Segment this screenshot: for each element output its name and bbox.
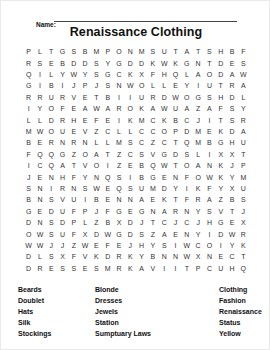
- grid-cell-r1c11[interactable]: M: [136, 46, 147, 57]
- grid-cell-r13c16[interactable]: K: [193, 183, 204, 194]
- grid-cell-r8c16[interactable]: M: [193, 126, 204, 137]
- grid-cell-r6c11[interactable]: K: [136, 103, 147, 114]
- grid-cell-r4c20[interactable]: A: [238, 80, 249, 91]
- grid-cell-r19c4[interactable]: X: [57, 251, 68, 262]
- grid-cell-r2c16[interactable]: N: [193, 57, 204, 68]
- grid-cell-r7c6[interactable]: E: [80, 114, 91, 125]
- grid-cell-r19c20[interactable]: T: [238, 251, 249, 262]
- grid-cell-r20c14[interactable]: I: [170, 263, 181, 274]
- grid-cell-r10c14[interactable]: D: [170, 149, 181, 160]
- grid-cell-r20c13[interactable]: I: [159, 263, 170, 274]
- grid-cell-r5c10[interactable]: I: [125, 92, 136, 103]
- grid-cell-r18c20[interactable]: K: [238, 240, 249, 251]
- grid-cell-r13c11[interactable]: U: [136, 183, 147, 194]
- grid-cell-r6c6[interactable]: A: [80, 103, 91, 114]
- grid-cell-r9c7[interactable]: L: [91, 137, 102, 148]
- grid-cell-r18c7[interactable]: E: [91, 240, 102, 251]
- grid-cell-r6c10[interactable]: O: [125, 103, 136, 114]
- grid-cell-r7c20[interactable]: R: [238, 114, 249, 125]
- grid-cell-r1c7[interactable]: M: [91, 46, 102, 57]
- grid-cell-r10c6[interactable]: O: [80, 149, 91, 160]
- grid-cell-r18c8[interactable]: F: [102, 240, 113, 251]
- grid-cell-r10c9[interactable]: Z: [113, 149, 124, 160]
- grid-cell-r5c15[interactable]: O: [181, 92, 192, 103]
- grid-cell-r18c2[interactable]: W: [34, 240, 45, 251]
- grid-cell-r17c17[interactable]: I: [204, 228, 215, 239]
- grid-cell-r20c3[interactable]: E: [46, 263, 57, 274]
- grid-cell-r20c7[interactable]: S: [91, 263, 102, 274]
- grid-cell-r17c3[interactable]: S: [46, 228, 57, 239]
- grid-cell-r9c14[interactable]: T: [170, 137, 181, 148]
- grid-cell-r9c12[interactable]: Z: [147, 137, 158, 148]
- grid-cell-r11c7[interactable]: O: [91, 160, 102, 171]
- grid-cell-r6c3[interactable]: O: [46, 103, 57, 114]
- grid-cell-r19c11[interactable]: Y: [136, 251, 147, 262]
- grid-cell-r17c2[interactable]: W: [34, 228, 45, 239]
- grid-cell-r9c2[interactable]: E: [34, 137, 45, 148]
- grid-cell-r8c15[interactable]: D: [181, 126, 192, 137]
- grid-cell-r3c18[interactable]: D: [215, 69, 226, 80]
- grid-cell-r11c6[interactable]: V: [80, 160, 91, 171]
- grid-cell-r8c20[interactable]: A: [238, 126, 249, 137]
- grid-cell-r6c12[interactable]: A: [147, 103, 158, 114]
- grid-cell-r5c8[interactable]: B: [102, 92, 113, 103]
- grid-cell-r7c8[interactable]: E: [102, 114, 113, 125]
- grid-cell-r14c14[interactable]: T: [170, 194, 181, 205]
- grid-cell-r19c6[interactable]: V: [80, 251, 91, 262]
- grid-cell-r13c13[interactable]: D: [159, 183, 170, 194]
- grid-cell-r13c12[interactable]: M: [147, 183, 158, 194]
- grid-cell-r3c7[interactable]: S: [91, 69, 102, 80]
- grid-cell-r16c12[interactable]: T: [147, 217, 158, 228]
- grid-cell-r12c16[interactable]: O: [193, 171, 204, 182]
- grid-cell-r3c20[interactable]: W: [238, 69, 249, 80]
- grid-cell-r18c6[interactable]: W: [80, 240, 91, 251]
- grid-cell-r4c7[interactable]: J: [91, 80, 102, 91]
- grid-cell-r12c4[interactable]: H: [57, 171, 68, 182]
- grid-cell-r20c11[interactable]: A: [136, 263, 147, 274]
- grid-cell-r3c3[interactable]: L: [46, 69, 57, 80]
- grid-cell-r16c7[interactable]: Z: [91, 217, 102, 228]
- grid-cell-r3c17[interactable]: O: [204, 69, 215, 80]
- grid-cell-r5c4[interactable]: R: [57, 92, 68, 103]
- grid-cell-r8c5[interactable]: E: [68, 126, 79, 137]
- grid-cell-r5c7[interactable]: T: [91, 92, 102, 103]
- grid-cell-r4c2[interactable]: I: [34, 80, 45, 91]
- grid-cell-r2c8[interactable]: Y: [102, 57, 113, 68]
- grid-cell-r7c14[interactable]: B: [170, 114, 181, 125]
- grid-cell-r11c19[interactable]: J: [226, 160, 237, 171]
- grid-cell-r6c13[interactable]: W: [159, 103, 170, 114]
- grid-cell-r2c20[interactable]: S: [238, 57, 249, 68]
- grid-cell-r8c18[interactable]: K: [215, 126, 226, 137]
- grid-cell-r5c2[interactable]: R: [34, 92, 45, 103]
- grid-cell-r7c4[interactable]: R: [57, 114, 68, 125]
- grid-cell-r18c10[interactable]: J: [125, 240, 136, 251]
- grid-cell-r19c1[interactable]: D: [23, 251, 34, 262]
- grid-cell-r4c19[interactable]: R: [226, 80, 237, 91]
- grid-cell-r19c8[interactable]: D: [102, 251, 113, 262]
- grid-cell-r16c15[interactable]: C: [181, 217, 192, 228]
- grid-cell-r14c10[interactable]: N: [125, 194, 136, 205]
- grid-cell-r4c1[interactable]: G: [23, 80, 34, 91]
- grid-cell-r15c13[interactable]: A: [159, 206, 170, 217]
- grid-cell-r7c1[interactable]: L: [23, 114, 34, 125]
- grid-cell-r16c4[interactable]: D: [57, 217, 68, 228]
- grid-cell-r16c19[interactable]: E: [226, 217, 237, 228]
- grid-cell-r18c13[interactable]: S: [159, 240, 170, 251]
- grid-cell-r8c7[interactable]: Z: [91, 126, 102, 137]
- grid-cell-r19c15[interactable]: W: [181, 251, 192, 262]
- grid-cell-r15c12[interactable]: N: [147, 206, 158, 217]
- grid-cell-r18c3[interactable]: J: [46, 240, 57, 251]
- grid-cell-r10c11[interactable]: S: [136, 149, 147, 160]
- grid-cell-r16c3[interactable]: S: [46, 217, 57, 228]
- grid-cell-r20c19[interactable]: H: [226, 263, 237, 274]
- grid-cell-r11c10[interactable]: E: [125, 160, 136, 171]
- grid-cell-r9c19[interactable]: H: [226, 137, 237, 148]
- grid-cell-r9c20[interactable]: U: [238, 137, 249, 148]
- grid-cell-r9c13[interactable]: C: [159, 137, 170, 148]
- grid-cell-r17c1[interactable]: O: [23, 228, 34, 239]
- grid-cell-r4c18[interactable]: T: [215, 80, 226, 91]
- grid-cell-r15c10[interactable]: E: [125, 206, 136, 217]
- grid-cell-r17c8[interactable]: W: [102, 228, 113, 239]
- grid-cell-r9c18[interactable]: G: [215, 137, 226, 148]
- grid-cell-r12c5[interactable]: F: [68, 171, 79, 182]
- grid-cell-r10c17[interactable]: I: [204, 149, 215, 160]
- grid-cell-r4c4[interactable]: I: [57, 80, 68, 91]
- grid-cell-r2c2[interactable]: S: [34, 57, 45, 68]
- grid-cell-r20c2[interactable]: R: [34, 263, 45, 274]
- grid-cell-r3c2[interactable]: I: [34, 69, 45, 80]
- grid-cell-r13c14[interactable]: Y: [170, 183, 181, 194]
- grid-cell-r20c17[interactable]: C: [204, 263, 215, 274]
- grid-cell-r17c10[interactable]: D: [125, 228, 136, 239]
- grid-cell-r16c8[interactable]: B: [102, 217, 113, 228]
- grid-cell-r2c14[interactable]: K: [170, 57, 181, 68]
- grid-cell-r15c4[interactable]: U: [57, 206, 68, 217]
- grid-cell-r20c9[interactable]: R: [113, 263, 124, 274]
- grid-cell-r5c17[interactable]: S: [204, 92, 215, 103]
- grid-cell-r1c6[interactable]: B: [80, 46, 91, 57]
- grid-cell-r1c13[interactable]: U: [159, 46, 170, 57]
- grid-cell-r17c12[interactable]: Z: [147, 228, 158, 239]
- grid-cell-r18c12[interactable]: Y: [147, 240, 158, 251]
- grid-cell-r17c6[interactable]: X: [80, 228, 91, 239]
- grid-cell-r19c14[interactable]: N: [170, 251, 181, 262]
- grid-cell-r9c16[interactable]: M: [193, 137, 204, 148]
- grid-cell-r10c16[interactable]: L: [193, 149, 204, 160]
- grid-cell-r1c18[interactable]: H: [215, 46, 226, 57]
- grid-cell-r17c16[interactable]: Y: [193, 228, 204, 239]
- grid-cell-r6c7[interactable]: W: [91, 103, 102, 114]
- grid-cell-r8c3[interactable]: O: [46, 126, 57, 137]
- grid-cell-r13c8[interactable]: E: [102, 183, 113, 194]
- grid-cell-r15c7[interactable]: J: [91, 206, 102, 217]
- grid-cell-r2c11[interactable]: D: [136, 57, 147, 68]
- grid-cell-r7c12[interactable]: C: [147, 114, 158, 125]
- grid-cell-r12c18[interactable]: K: [215, 171, 226, 182]
- grid-cell-r6c9[interactable]: R: [113, 103, 124, 114]
- grid-cell-r14c6[interactable]: I: [80, 194, 91, 205]
- grid-cell-r3c10[interactable]: K: [125, 69, 136, 80]
- grid-cell-r6c17[interactable]: A: [204, 103, 215, 114]
- grid-cell-r14c20[interactable]: S: [238, 194, 249, 205]
- grid-cell-r1c3[interactable]: T: [46, 46, 57, 57]
- grid-cell-r19c9[interactable]: R: [113, 251, 124, 262]
- grid-cell-r4c6[interactable]: P: [80, 80, 91, 91]
- name-input-line[interactable]: [54, 21, 237, 22]
- grid-cell-r7c13[interactable]: K: [159, 114, 170, 125]
- grid-cell-r6c18[interactable]: F: [215, 103, 226, 114]
- grid-cell-r12c19[interactable]: Y: [226, 171, 237, 182]
- grid-cell-r7c16[interactable]: J: [193, 114, 204, 125]
- grid-cell-r16c9[interactable]: X: [113, 217, 124, 228]
- grid-cell-r18c4[interactable]: J: [57, 240, 68, 251]
- grid-cell-r8c1[interactable]: M: [23, 126, 34, 137]
- grid-cell-r1c8[interactable]: P: [102, 46, 113, 57]
- grid-cell-r9c6[interactable]: N: [80, 137, 91, 148]
- grid-cell-r4c13[interactable]: L: [159, 80, 170, 91]
- grid-cell-r12c6[interactable]: Y: [80, 171, 91, 182]
- grid-cell-r1c17[interactable]: S: [204, 46, 215, 57]
- grid-cell-r18c1[interactable]: W: [23, 240, 34, 251]
- grid-cell-r19c19[interactable]: C: [226, 251, 237, 262]
- grid-cell-r8c2[interactable]: W: [34, 126, 45, 137]
- grid-cell-r16c14[interactable]: J: [170, 217, 181, 228]
- grid-cell-r9c10[interactable]: S: [125, 137, 136, 148]
- grid-cell-r19c16[interactable]: X: [193, 251, 204, 262]
- grid-cell-r12c15[interactable]: F: [181, 171, 192, 182]
- grid-cell-r11c18[interactable]: K: [215, 160, 226, 171]
- grid-cell-r13c1[interactable]: S: [23, 183, 34, 194]
- grid-cell-r5c16[interactable]: G: [193, 92, 204, 103]
- grid-cell-r14c13[interactable]: K: [159, 194, 170, 205]
- grid-cell-r15c1[interactable]: G: [23, 206, 34, 217]
- grid-cell-r13c7[interactable]: W: [91, 183, 102, 194]
- grid-cell-r1c19[interactable]: B: [226, 46, 237, 57]
- grid-cell-r16c10[interactable]: D: [125, 217, 136, 228]
- grid-cell-r11c16[interactable]: A: [193, 160, 204, 171]
- grid-cell-r7c7[interactable]: F: [91, 114, 102, 125]
- grid-cell-r11c2[interactable]: C: [34, 160, 45, 171]
- grid-cell-r5c13[interactable]: D: [159, 92, 170, 103]
- grid-cell-r19c5[interactable]: F: [68, 251, 79, 262]
- grid-cell-r18c14[interactable]: I: [170, 240, 181, 251]
- grid-cell-r3c5[interactable]: W: [68, 69, 79, 80]
- grid-cell-r13c4[interactable]: R: [57, 183, 68, 194]
- grid-cell-r13c20[interactable]: U: [238, 183, 249, 194]
- grid-cell-r7c15[interactable]: C: [181, 114, 192, 125]
- grid-cell-r15c11[interactable]: G: [136, 206, 147, 217]
- grid-cell-r17c9[interactable]: G: [113, 228, 124, 239]
- grid-cell-r4c16[interactable]: I: [193, 80, 204, 91]
- grid-cell-r9c8[interactable]: L: [102, 137, 113, 148]
- grid-cell-r7c10[interactable]: K: [125, 114, 136, 125]
- grid-cell-r19c7[interactable]: K: [91, 251, 102, 262]
- grid-cell-r14c15[interactable]: F: [181, 194, 192, 205]
- grid-cell-r8c9[interactable]: L: [113, 126, 124, 137]
- grid-cell-r14c7[interactable]: B: [91, 194, 102, 205]
- grid-cell-r9c11[interactable]: C: [136, 137, 147, 148]
- grid-cell-r10c10[interactable]: C: [125, 149, 136, 160]
- grid-cell-r9c1[interactable]: B: [23, 137, 34, 148]
- grid-cell-r15c15[interactable]: N: [181, 206, 192, 217]
- grid-cell-r10c18[interactable]: X: [215, 149, 226, 160]
- grid-cell-r4c14[interactable]: E: [170, 80, 181, 91]
- grid-cell-r15c5[interactable]: F: [68, 206, 79, 217]
- grid-cell-r11c20[interactable]: P: [238, 160, 249, 171]
- grid-cell-r12c12[interactable]: G: [147, 171, 158, 182]
- grid-cell-r8c17[interactable]: E: [204, 126, 215, 137]
- grid-cell-r6c5[interactable]: E: [68, 103, 79, 114]
- grid-cell-r14c1[interactable]: B: [23, 194, 34, 205]
- grid-cell-r4c9[interactable]: N: [113, 80, 124, 91]
- grid-cell-r17c13[interactable]: A: [159, 228, 170, 239]
- grid-cell-r2c19[interactable]: E: [226, 57, 237, 68]
- grid-cell-r6c4[interactable]: F: [57, 103, 68, 114]
- grid-cell-r3c4[interactable]: Y: [57, 69, 68, 80]
- grid-cell-r9c15[interactable]: Q: [181, 137, 192, 148]
- grid-cell-r10c12[interactable]: V: [147, 149, 158, 160]
- grid-cell-r15c16[interactable]: Y: [193, 206, 204, 217]
- grid-cell-r13c3[interactable]: I: [46, 183, 57, 194]
- grid-cell-r8c12[interactable]: C: [147, 126, 158, 137]
- grid-cell-r16c5[interactable]: P: [68, 217, 79, 228]
- grid-cell-r10c13[interactable]: G: [159, 149, 170, 160]
- grid-cell-r15c6[interactable]: P: [80, 206, 91, 217]
- grid-cell-r9c9[interactable]: M: [113, 137, 124, 148]
- grid-cell-r2c7[interactable]: S: [91, 57, 102, 68]
- grid-cell-r7c19[interactable]: S: [226, 114, 237, 125]
- grid-cell-r10c2[interactable]: Q: [34, 149, 45, 160]
- grid-cell-r9c17[interactable]: B: [204, 137, 215, 148]
- grid-cell-r3c15[interactable]: L: [181, 69, 192, 80]
- grid-cell-r16c17[interactable]: H: [204, 217, 215, 228]
- grid-cell-r15c20[interactable]: J: [238, 206, 249, 217]
- grid-cell-r1c20[interactable]: F: [238, 46, 249, 57]
- grid-cell-r17c14[interactable]: E: [170, 228, 181, 239]
- grid-cell-r6c8[interactable]: A: [102, 103, 113, 114]
- grid-cell-r1c1[interactable]: P: [23, 46, 34, 57]
- grid-cell-r7c2[interactable]: L: [34, 114, 45, 125]
- grid-cell-r17c19[interactable]: W: [226, 228, 237, 239]
- grid-cell-r15c3[interactable]: D: [46, 206, 57, 217]
- grid-cell-r6c15[interactable]: A: [181, 103, 192, 114]
- grid-cell-r18c5[interactable]: Z: [68, 240, 79, 251]
- grid-cell-r7c17[interactable]: I: [204, 114, 215, 125]
- grid-cell-r13c2[interactable]: N: [34, 183, 45, 194]
- grid-cell-r2c5[interactable]: D: [68, 57, 79, 68]
- grid-cell-r11c15[interactable]: O: [181, 160, 192, 171]
- grid-cell-r19c12[interactable]: B: [147, 251, 158, 262]
- grid-cell-r14c17[interactable]: A: [204, 194, 215, 205]
- grid-cell-r4c8[interactable]: S: [102, 80, 113, 91]
- grid-cell-r18c9[interactable]: E: [113, 240, 124, 251]
- grid-cell-r12c11[interactable]: B: [136, 171, 147, 182]
- grid-cell-r14c12[interactable]: E: [147, 194, 158, 205]
- grid-cell-r19c13[interactable]: N: [159, 251, 170, 262]
- grid-cell-r16c13[interactable]: C: [159, 217, 170, 228]
- grid-cell-r5c19[interactable]: D: [226, 92, 237, 103]
- grid-cell-r13c9[interactable]: Q: [113, 183, 124, 194]
- grid-cell-r16c6[interactable]: L: [80, 217, 91, 228]
- grid-cell-r4c17[interactable]: U: [204, 80, 215, 91]
- grid-cell-r14c4[interactable]: V: [57, 194, 68, 205]
- grid-cell-r11c17[interactable]: N: [204, 160, 215, 171]
- grid-cell-r15c14[interactable]: R: [170, 206, 181, 217]
- grid-cell-r12c8[interactable]: Q: [102, 171, 113, 182]
- grid-cell-r2c15[interactable]: G: [181, 57, 192, 68]
- grid-cell-r15c9[interactable]: G: [113, 206, 124, 217]
- grid-cell-r7c3[interactable]: D: [46, 114, 57, 125]
- grid-cell-r16c20[interactable]: X: [238, 217, 249, 228]
- grid-cell-r9c3[interactable]: R: [46, 137, 57, 148]
- grid-cell-r16c2[interactable]: N: [34, 217, 45, 228]
- grid-cell-r8c19[interactable]: D: [226, 126, 237, 137]
- grid-cell-r8c11[interactable]: C: [136, 126, 147, 137]
- grid-cell-r4c12[interactable]: L: [147, 80, 158, 91]
- grid-cell-r2c12[interactable]: K: [147, 57, 158, 68]
- grid-cell-r6c1[interactable]: I: [23, 103, 34, 114]
- grid-cell-r7c18[interactable]: T: [215, 114, 226, 125]
- grid-cell-r4c15[interactable]: Y: [181, 80, 192, 91]
- grid-cell-r13c19[interactable]: X: [226, 183, 237, 194]
- grid-cell-r2c1[interactable]: R: [23, 57, 34, 68]
- grid-cell-r5c1[interactable]: R: [23, 92, 34, 103]
- grid-cell-r10c1[interactable]: F: [23, 149, 34, 160]
- grid-cell-r5c11[interactable]: U: [136, 92, 147, 103]
- grid-cell-r18c19[interactable]: Y: [226, 240, 237, 251]
- grid-cell-r8c8[interactable]: C: [102, 126, 113, 137]
- grid-cell-r20c5[interactable]: S: [68, 263, 79, 274]
- grid-cell-r18c18[interactable]: I: [215, 240, 226, 251]
- grid-cell-r15c8[interactable]: F: [102, 206, 113, 217]
- grid-cell-r18c15[interactable]: W: [181, 240, 192, 251]
- grid-cell-r6c2[interactable]: Y: [34, 103, 45, 114]
- grid-cell-r6c14[interactable]: U: [170, 103, 181, 114]
- grid-cell-r5c20[interactable]: L: [238, 92, 249, 103]
- grid-cell-r1c12[interactable]: S: [147, 46, 158, 57]
- grid-cell-r20c16[interactable]: P: [193, 263, 204, 274]
- grid-cell-r12c20[interactable]: M: [238, 171, 249, 182]
- grid-cell-r9c5[interactable]: R: [68, 137, 79, 148]
- grid-cell-r10c15[interactable]: S: [181, 149, 192, 160]
- grid-cell-r20c15[interactable]: T: [181, 263, 192, 274]
- grid-cell-r15c19[interactable]: T: [226, 206, 237, 217]
- grid-cell-r11c1[interactable]: I: [23, 160, 34, 171]
- grid-cell-r12c17[interactable]: W: [204, 171, 215, 182]
- grid-cell-r7c9[interactable]: I: [113, 114, 124, 125]
- grid-cell-r2c18[interactable]: D: [215, 57, 226, 68]
- grid-cell-r2c6[interactable]: D: [80, 57, 91, 68]
- grid-cell-r18c16[interactable]: C: [193, 240, 204, 251]
- grid-cell-r4c5[interactable]: J: [68, 80, 79, 91]
- grid-cell-r12c1[interactable]: J: [23, 171, 34, 182]
- grid-cell-r5c12[interactable]: R: [147, 92, 158, 103]
- grid-cell-r17c20[interactable]: R: [238, 228, 249, 239]
- grid-cell-r10c8[interactable]: T: [102, 149, 113, 160]
- grid-cell-r11c8[interactable]: I: [102, 160, 113, 171]
- grid-cell-r17c4[interactable]: U: [57, 228, 68, 239]
- grid-cell-r19c17[interactable]: N: [204, 251, 215, 262]
- grid-cell-r10c7[interactable]: A: [91, 149, 102, 160]
- grid-cell-r11c13[interactable]: W: [159, 160, 170, 171]
- grid-cell-r14c2[interactable]: N: [34, 194, 45, 205]
- grid-cell-r18c17[interactable]: O: [204, 240, 215, 251]
- grid-cell-r3c16[interactable]: A: [193, 69, 204, 80]
